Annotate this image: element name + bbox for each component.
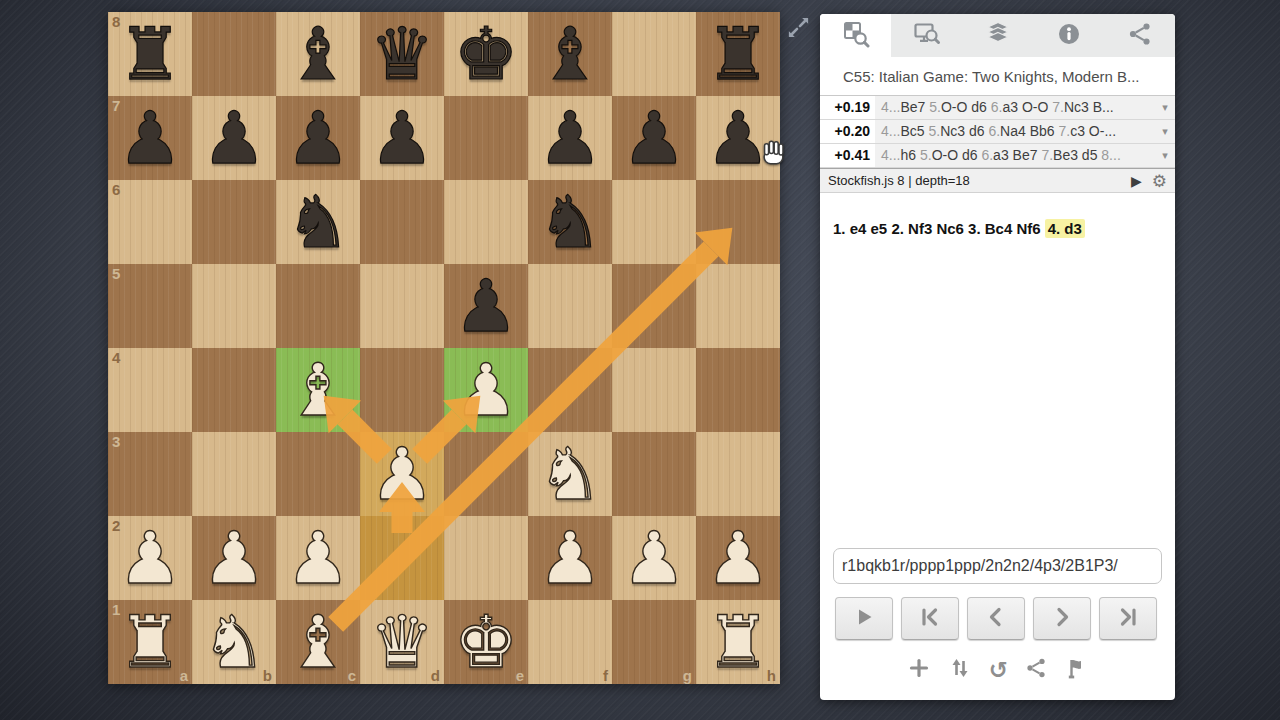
piece-black-f6[interactable]: ♞ [528, 180, 612, 264]
square-f3[interactable]: ♞ [528, 432, 612, 516]
tab-engine-search[interactable] [891, 14, 962, 57]
flag-icon [1064, 656, 1088, 684]
tab-board-search[interactable] [820, 14, 891, 57]
square-h2[interactable]: ♟ [696, 516, 780, 600]
flip-icon [948, 656, 972, 684]
share-icon [1126, 20, 1154, 52]
square-f2[interactable]: ♟ [528, 516, 612, 600]
square-e5[interactable]: ♟ [444, 264, 528, 348]
forward-icon [1050, 605, 1074, 632]
file-label-a: a [180, 667, 188, 684]
square-b7[interactable]: ♟ [192, 96, 276, 180]
tool-add-button[interactable] [907, 656, 931, 684]
square-b5[interactable] [192, 264, 276, 348]
piece-black-c8[interactable]: ♝ [276, 12, 360, 96]
piece-white-d3[interactable]: ♟ [360, 432, 444, 516]
square-a2[interactable]: 2♟ [108, 516, 192, 600]
expand-board-icon[interactable] [786, 15, 811, 44]
opening-book-icon [984, 20, 1012, 52]
square-b6[interactable] [192, 180, 276, 264]
engine-lines: +0.194...Be7 5.O-O d6 6.a3 O-O 7.Nc3 B..… [820, 96, 1175, 168]
piece-white-e4[interactable]: ♟ [444, 348, 528, 432]
rank-label-5: 5 [112, 265, 120, 282]
square-d2[interactable] [360, 516, 444, 600]
nav-buttons [835, 597, 1157, 640]
square-h5[interactable] [696, 264, 780, 348]
square-a7[interactable]: 7♟ [108, 96, 192, 180]
rank-label-6: 6 [112, 181, 120, 198]
piece-black-a7[interactable]: ♟ [108, 96, 192, 180]
piece-black-c6[interactable]: ♞ [276, 180, 360, 264]
info-icon [1055, 20, 1083, 52]
current-move[interactable]: 4. d3 [1045, 219, 1085, 238]
square-f5[interactable] [528, 264, 612, 348]
opening-name: C55: Italian Game: Two Knights, Modern B… [820, 57, 1175, 96]
square-e4[interactable]: ♟ [444, 348, 528, 432]
move-list: 1. e4 e5 2. Nf3 Nc6 3. Bc4 Nf64. d3 [833, 219, 1165, 239]
nav-back-button[interactable] [967, 597, 1025, 640]
square-e6[interactable] [444, 180, 528, 264]
engine-line-3[interactable]: +0.414...h6 5.O-O d6 6.a3 Be7 7.Be3 d5 8… [820, 144, 1175, 168]
square-g3[interactable] [612, 432, 696, 516]
piece-white-f2[interactable]: ♟ [528, 516, 612, 600]
app-background: 8♜♝♛♚♝♜7♟♟♟♟♟♟♟6♞♞5♟4♝♟3♟♞2♟♟♟♟♟♟1a♜b♞c♝… [0, 0, 1280, 720]
square-a3[interactable]: 3 [108, 432, 192, 516]
tool-buttons: ↺ [820, 655, 1175, 685]
tab-info[interactable] [1033, 14, 1104, 57]
tool-share-button[interactable] [1025, 657, 1047, 683]
engine-line-1[interactable]: +0.194...Be7 5.O-O d6 6.a3 O-O 7.Nc3 B..… [820, 96, 1175, 120]
piece-black-d7[interactable]: ♟ [360, 96, 444, 180]
square-g5[interactable] [612, 264, 696, 348]
square-g8[interactable] [612, 12, 696, 96]
play-icon [852, 605, 876, 632]
engine-status-bar: Stockfish.js 8 | depth=18 ▶ ⚙ [820, 168, 1175, 193]
played-moves[interactable]: 1. e4 e5 2. Nf3 Nc6 3. Bc4 Nf6 [833, 220, 1041, 237]
engine-eval: +0.19 [820, 96, 875, 119]
square-d4[interactable] [360, 348, 444, 432]
file-label-g: g [683, 667, 692, 684]
piece-black-e5[interactable]: ♟ [444, 264, 528, 348]
piece-black-f7[interactable]: ♟ [528, 96, 612, 180]
square-b4[interactable] [192, 348, 276, 432]
chevron-down-icon[interactable]: ▾ [1155, 120, 1175, 143]
add-icon [907, 656, 931, 684]
hand-cursor-icon [757, 136, 790, 173]
file-label-e: e [516, 667, 524, 684]
nav-forward-button[interactable] [1033, 597, 1091, 640]
rank-label-4: 4 [112, 349, 120, 366]
file-label-c: c [348, 667, 356, 684]
engine-eval: +0.41 [820, 144, 875, 167]
nav-to-start-button[interactable] [901, 597, 959, 640]
square-g6[interactable] [612, 180, 696, 264]
chevron-down-icon[interactable]: ▾ [1155, 144, 1175, 167]
back-icon [984, 605, 1008, 632]
fen-input[interactable] [833, 548, 1162, 584]
square-a5[interactable]: 5 [108, 264, 192, 348]
engine-line-moves: 4...Be7 5.O-O d6 6.a3 O-O 7.Nc3 B... [875, 96, 1155, 119]
square-h6[interactable] [696, 180, 780, 264]
engine-settings-icon[interactable]: ⚙ [1152, 171, 1167, 191]
square-e8[interactable]: ♚ [444, 12, 528, 96]
rank-label-2: 2 [112, 517, 120, 534]
piece-black-f8[interactable]: ♝ [528, 12, 612, 96]
square-f4[interactable] [528, 348, 612, 432]
tab-opening-book[interactable] [962, 14, 1033, 57]
square-c5[interactable] [276, 264, 360, 348]
chevron-down-icon[interactable]: ▾ [1155, 96, 1175, 119]
square-h3[interactable] [696, 432, 780, 516]
chess-board: 8♜♝♛♚♝♜7♟♟♟♟♟♟♟6♞♞5♟4♝♟3♟♞2♟♟♟♟♟♟1a♜b♞c♝… [108, 12, 780, 684]
file-label-h: h [767, 667, 776, 684]
square-c1[interactable]: c♝ [276, 600, 360, 684]
nav-to-end-button[interactable] [1099, 597, 1157, 640]
square-a6[interactable]: 6 [108, 180, 192, 264]
square-c4[interactable]: ♝ [276, 348, 360, 432]
piece-white-f3[interactable]: ♞ [528, 432, 612, 516]
square-e7[interactable] [444, 96, 528, 180]
file-label-f: f [603, 667, 608, 684]
square-a4[interactable]: 4 [108, 348, 192, 432]
piece-black-e8[interactable]: ♚ [444, 12, 528, 96]
square-c6[interactable]: ♞ [276, 180, 360, 264]
square-e3[interactable] [444, 432, 528, 516]
square-g1[interactable]: g [612, 600, 696, 684]
analysis-panel: C55: Italian Game: Two Knights, Modern B… [820, 14, 1175, 700]
square-f8[interactable]: ♝ [528, 12, 612, 96]
square-h8[interactable]: ♜ [696, 12, 780, 96]
square-f6[interactable]: ♞ [528, 180, 612, 264]
tool-flip-button[interactable] [948, 656, 972, 684]
square-g7[interactable]: ♟ [612, 96, 696, 180]
piece-black-c7[interactable]: ♟ [276, 96, 360, 180]
piece-white-g2[interactable]: ♟ [612, 516, 696, 600]
to-start-icon [918, 605, 942, 632]
square-a8[interactable]: 8♜ [108, 12, 192, 96]
rank-label-3: 3 [112, 433, 120, 450]
engine-line-moves: 4...Bc5 5.Nc3 d6 6.Na4 Bb6 7.c3 O-... [875, 120, 1155, 143]
square-e2[interactable] [444, 516, 528, 600]
square-c2[interactable]: ♟ [276, 516, 360, 600]
square-d7[interactable]: ♟ [360, 96, 444, 180]
engine-line-moves: 4...h6 5.O-O d6 6.a3 Be7 7.Be3 d5 8... [875, 144, 1155, 167]
square-b3[interactable] [192, 432, 276, 516]
tab-bar [820, 14, 1175, 57]
board-search-icon [842, 20, 870, 52]
rank-label-7: 7 [112, 97, 120, 114]
piece-black-g7[interactable]: ♟ [612, 96, 696, 180]
square-e1[interactable]: e♚ [444, 600, 528, 684]
engine-line-2[interactable]: +0.204...Bc5 5.Nc3 d6 6.Na4 Bb6 7.c3 O-.… [820, 120, 1175, 144]
engine-search-icon [913, 20, 941, 52]
square-g4[interactable] [612, 348, 696, 432]
piece-black-b7[interactable]: ♟ [192, 96, 276, 180]
piece-black-h8[interactable]: ♜ [696, 12, 780, 96]
to-end-icon [1116, 605, 1140, 632]
share-icon [1025, 657, 1047, 683]
piece-white-b2[interactable]: ♟ [192, 516, 276, 600]
square-f1[interactable]: f [528, 600, 612, 684]
file-label-d: d [431, 667, 440, 684]
square-b1[interactable]: b♞ [192, 600, 276, 684]
tool-undo-button[interactable]: ↺ [989, 658, 1008, 682]
square-h4[interactable] [696, 348, 780, 432]
tool-flag-button[interactable] [1064, 656, 1088, 684]
engine-status-text: Stockfish.js 8 | depth=18 [828, 173, 970, 188]
square-b2[interactable]: ♟ [192, 516, 276, 600]
square-f7[interactable]: ♟ [528, 96, 612, 180]
square-c7[interactable]: ♟ [276, 96, 360, 180]
engine-go-icon[interactable]: ▶ [1131, 173, 1142, 189]
square-g2[interactable]: ♟ [612, 516, 696, 600]
square-d6[interactable] [360, 180, 444, 264]
square-d8[interactable]: ♛ [360, 12, 444, 96]
rank-label-1: 1 [112, 601, 120, 618]
square-h1[interactable]: h♜ [696, 600, 780, 684]
piece-white-a2[interactable]: ♟ [108, 516, 192, 600]
piece-white-c2[interactable]: ♟ [276, 516, 360, 600]
rank-label-8: 8 [112, 13, 120, 30]
square-d5[interactable] [360, 264, 444, 348]
square-b8[interactable] [192, 12, 276, 96]
square-a1[interactable]: 1a♜ [108, 600, 192, 684]
piece-white-c4[interactable]: ♝ [276, 348, 360, 432]
nav-play-button[interactable] [835, 597, 893, 640]
square-d1[interactable]: d♛ [360, 600, 444, 684]
square-c8[interactable]: ♝ [276, 12, 360, 96]
tab-share[interactable] [1104, 14, 1175, 57]
square-c3[interactable] [276, 432, 360, 516]
piece-black-d8[interactable]: ♛ [360, 12, 444, 96]
piece-black-a8[interactable]: ♜ [108, 12, 192, 96]
piece-white-h2[interactable]: ♟ [696, 516, 780, 600]
file-label-b: b [263, 667, 272, 684]
engine-eval: +0.20 [820, 120, 875, 143]
square-d3[interactable]: ♟ [360, 432, 444, 516]
